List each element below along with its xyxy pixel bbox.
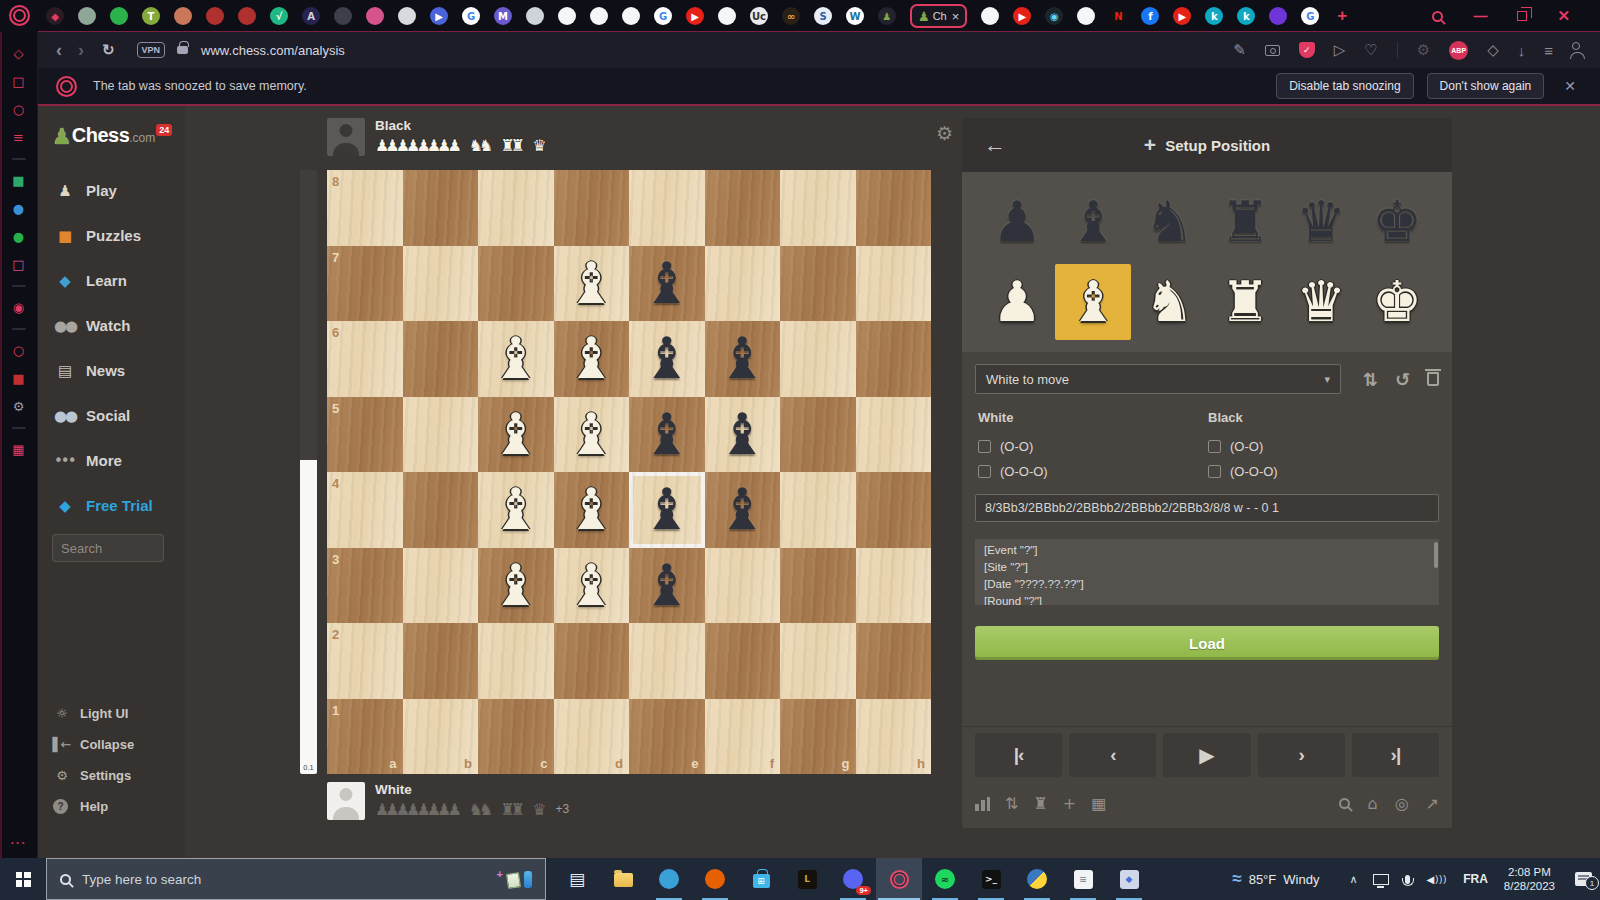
- castling-black-header: Black: [1208, 410, 1428, 425]
- nav-last-button[interactable]: ›|: [1352, 733, 1439, 777]
- square-d3[interactable]: ♝: [554, 548, 630, 624]
- forward-button[interactable]: ›: [78, 40, 84, 61]
- square-f6[interactable]: ♝: [705, 321, 781, 397]
- gx-red-box-icon[interactable]: ■: [12, 371, 24, 386]
- panel-header: ← + Setup Position: [962, 118, 1452, 172]
- snooze-message: The tab was snoozed to save memory.: [93, 79, 307, 93]
- castle-black-ooo[interactable]: (O-O-O): [1208, 459, 1428, 484]
- square-d8[interactable]: [554, 170, 630, 246]
- tab-chesscom-pawn-icon[interactable]: ♟: [878, 7, 896, 25]
- white-bishop[interactable]: ♝: [554, 246, 630, 322]
- black-bishop[interactable]: ♝: [705, 321, 781, 397]
- utorrent-icon: [659, 869, 679, 889]
- square-h2[interactable]: [856, 623, 932, 699]
- sparkle-icon: +: [497, 868, 503, 880]
- tab-github-5-icon[interactable]: [981, 7, 999, 25]
- square-e8[interactable]: [629, 170, 705, 246]
- trash-icon[interactable]: [1427, 372, 1439, 386]
- square-e6[interactable]: ♝: [629, 321, 705, 397]
- microphone-icon[interactable]: [1405, 875, 1410, 884]
- turn-select-value: White to move: [986, 372, 1069, 387]
- camera-icon[interactable]: [1265, 45, 1280, 56]
- tab-github-3-icon[interactable]: [622, 7, 640, 25]
- white-bishop[interactable]: ♝: [478, 321, 554, 397]
- white-bishop[interactable]: ♝: [478, 548, 554, 624]
- captured-white-knights: ♞♞: [469, 136, 494, 155]
- notepad-icon: ≡: [1074, 870, 1093, 889]
- black-player-name: Black: [375, 118, 546, 133]
- square-d1[interactable]: d: [554, 699, 630, 775]
- nav-first-button[interactable]: |‹: [975, 733, 1062, 777]
- start-button[interactable]: [0, 858, 46, 900]
- square-g4[interactable]: [780, 472, 856, 548]
- file-label: h: [917, 756, 925, 771]
- castle-black-oo[interactable]: (O-O): [1208, 434, 1428, 459]
- taskbar-lol[interactable]: L: [784, 858, 830, 900]
- free-trial-icon: ◆: [54, 497, 74, 515]
- adblock-icon[interactable]: ABP: [1449, 41, 1468, 60]
- rank-label: 8: [332, 174, 339, 189]
- square-f4[interactable]: ♝: [705, 472, 781, 548]
- back-arrow-icon[interactable]: ←: [984, 132, 1006, 158]
- tab-letter-t-icon[interactable]: T: [142, 7, 160, 25]
- gx-list-icon[interactable]: ≡: [13, 130, 24, 145]
- black-bishop[interactable]: ♝: [629, 246, 705, 322]
- square-b6[interactable]: [403, 321, 479, 397]
- white-bishop[interactable]: ♝: [554, 548, 630, 624]
- sidebar-item-more[interactable]: •••More: [46, 438, 179, 483]
- divider: [1397, 42, 1398, 58]
- gx-chat-icon[interactable]: ○: [13, 102, 24, 117]
- tab-wordpress-icon[interactable]: W: [846, 7, 864, 25]
- checkbox-black-ooo[interactable]: [1208, 465, 1221, 478]
- square-h3[interactable]: [856, 548, 932, 624]
- black-bishop[interactable]: ♝: [705, 472, 781, 548]
- sidebar-footer: ☼Light UI▌←Collapse⚙Settings?Help: [52, 698, 172, 822]
- windows-logo-icon: [16, 872, 31, 887]
- flip-board-icon[interactable]: ⇅: [1363, 369, 1378, 390]
- square-f1[interactable]: f: [705, 699, 781, 775]
- square-e1[interactable]: e: [629, 699, 705, 775]
- snooze-actions: Disable tab snoozing Don't show again: [1276, 73, 1544, 99]
- rank-label: 3: [332, 552, 339, 567]
- taskbar-firefox[interactable]: [692, 858, 738, 900]
- tab-infinity-icon[interactable]: ∞: [782, 7, 800, 25]
- minimize-button[interactable]: —: [1473, 8, 1487, 24]
- reset-icon[interactable]: ↺: [1395, 369, 1410, 390]
- collapse-icon: ▌←: [52, 737, 70, 752]
- nav-prev-button[interactable]: ‹: [1069, 733, 1156, 777]
- tab-google-2-icon[interactable]: G: [654, 7, 672, 25]
- square-g6[interactable]: [780, 321, 856, 397]
- castle-label: (O-O-O): [1000, 464, 1048, 479]
- square-c3[interactable]: ♝: [478, 548, 554, 624]
- taskbar-media-app[interactable]: ◆: [1106, 858, 1152, 900]
- sidebar-item-label: Play: [86, 182, 117, 199]
- square-b4[interactable]: [403, 472, 479, 548]
- close-button[interactable]: ✕: [1557, 7, 1570, 25]
- clock[interactable]: 2:08 PM 8/28/2023: [1504, 865, 1555, 893]
- sidebar-item-social[interactable]: ●●Social: [46, 393, 179, 438]
- square-d4[interactable]: ♝: [554, 472, 630, 548]
- pgn-scrollbar[interactable]: [1434, 542, 1438, 568]
- square-h8[interactable]: [856, 170, 932, 246]
- search-placeholder: Search: [61, 541, 102, 556]
- board-settings-gear-icon[interactable]: ⚙: [936, 122, 953, 144]
- taskbar-notepad[interactable]: ≡: [1060, 858, 1106, 900]
- black-bishop[interactable]: ♝: [629, 397, 705, 473]
- active-tab[interactable]: ♟Ch×: [910, 4, 967, 28]
- white-captured-pieces: ♟♟♟♟♟♟♟♟♞♞♜♜♛: [375, 800, 546, 819]
- sidebar-item-news[interactable]: ▤News: [46, 348, 179, 393]
- move-navigation: |‹‹▶››|: [975, 733, 1439, 777]
- palette-black-rook[interactable]: ♜: [1207, 184, 1283, 260]
- square-h7[interactable]: [856, 246, 932, 322]
- taskbar-python-editor[interactable]: [1014, 858, 1060, 900]
- square-f8[interactable]: [705, 170, 781, 246]
- taskbar-opera-gx[interactable]: [876, 858, 922, 900]
- square-f7[interactable]: [705, 246, 781, 322]
- profile-icon[interactable]: [1572, 42, 1580, 50]
- sidebar-item-learn[interactable]: ◆Learn: [46, 258, 179, 303]
- window-controls: — ✕: [1432, 0, 1570, 32]
- material-advantage: +3: [555, 802, 569, 816]
- palette-black-bishop[interactable]: ♝: [1055, 184, 1131, 260]
- checkbox-black-oo[interactable]: [1208, 440, 1221, 453]
- square-c7[interactable]: [478, 246, 554, 322]
- tab-github-4-icon[interactable]: [718, 7, 736, 25]
- tab-globe-icon[interactable]: [526, 7, 544, 25]
- square-c2[interactable]: [478, 623, 554, 699]
- square-h4[interactable]: [856, 472, 932, 548]
- square-g8[interactable]: [780, 170, 856, 246]
- hidden-icons-chevron[interactable]: ∧: [1349, 873, 1357, 886]
- tab-close-icon[interactable]: ×: [952, 9, 960, 24]
- sidebar-item-play[interactable]: ♟Play: [46, 168, 179, 213]
- gx-instagram-icon[interactable]: □: [12, 257, 24, 272]
- tab-youtube-icon[interactable]: ▶: [686, 7, 704, 25]
- tab-kick-1-icon[interactable]: k: [1205, 7, 1223, 25]
- speaker-icon[interactable]: ◀: [1426, 874, 1447, 885]
- weather-widget[interactable]: ≈ 85°F Windy: [1232, 869, 1319, 889]
- watch-icon: ●●: [54, 317, 74, 335]
- square-e2[interactable]: [629, 623, 705, 699]
- white-bishop-icon: ♝: [1068, 274, 1118, 330]
- black-bishop[interactable]: ♝: [629, 548, 705, 624]
- square-h6[interactable]: [856, 321, 932, 397]
- library-icon[interactable]: ⌂: [1367, 794, 1377, 813]
- gx-speed-dial-icon[interactable]: ◇: [14, 46, 24, 61]
- square-b8[interactable]: [403, 170, 479, 246]
- vpn-badge[interactable]: VPN: [137, 42, 166, 58]
- sidebar-item-watch[interactable]: ●●Watch: [46, 303, 179, 348]
- add-icon[interactable]: +: [1063, 794, 1076, 813]
- file-label: d: [615, 756, 623, 771]
- notification-center-icon[interactable]: 1: [1575, 872, 1592, 886]
- sidebar-item-free-trial[interactable]: ◆Free Trial: [46, 483, 179, 528]
- castle-label: (O-O): [1230, 439, 1263, 454]
- analysis-chart-icon[interactable]: [975, 797, 990, 811]
- sidebar-item-puzzles[interactable]: ■Puzzles: [46, 213, 179, 258]
- square-c5[interactable]: ♝: [478, 397, 554, 473]
- palette-black-pawn[interactable]: ♟: [979, 184, 1055, 260]
- checkbox-white-oo[interactable]: [978, 440, 991, 453]
- timer-icon[interactable]: ◎: [1395, 794, 1409, 813]
- square-e3[interactable]: ♝: [629, 548, 705, 624]
- chesscom-page: ♟ Chess .com 24 ♟Play■Puzzles◆Learn●●Wat…: [38, 106, 1600, 858]
- tab-play-blue-icon[interactable]: ▶: [430, 7, 448, 25]
- black-bishop-icon: ♝: [1068, 194, 1118, 250]
- pgn-textarea[interactable]: [Event "?"] [Site "?"] [Date "????.??.??…: [975, 539, 1439, 605]
- footer-item-label: Help: [80, 799, 108, 814]
- taskbar-file-explorer[interactable]: [600, 858, 646, 900]
- tab-google-icon[interactable]: G: [462, 7, 480, 25]
- shield-check-icon[interactable]: ✓: [1299, 42, 1315, 58]
- new-tab-button[interactable]: +: [1337, 6, 1347, 26]
- sliders-icon[interactable]: ≡: [1544, 42, 1553, 59]
- tab-google-3-icon[interactable]: G: [1301, 7, 1319, 25]
- sidebar-footer-help[interactable]: ?Help: [52, 791, 172, 822]
- crypto-gear-icon[interactable]: ⚙: [1417, 41, 1430, 59]
- tab-github-1-icon[interactable]: [558, 7, 576, 25]
- system-tray: ≈ 85°F Windy ∧ ◀ FRA 2:08 PM 8/28/2023 1: [1232, 858, 1600, 900]
- tab-dribbble-icon[interactable]: [366, 7, 384, 25]
- palette-white-pawn[interactable]: ♟: [979, 264, 1055, 340]
- white-avatar[interactable]: [327, 782, 365, 820]
- nav-next-button[interactable]: ›: [1258, 733, 1345, 777]
- white-bishop[interactable]: ♝: [478, 472, 554, 548]
- tab-arc-dark-icon[interactable]: A: [302, 7, 320, 25]
- tab-github-2-icon[interactable]: [590, 7, 608, 25]
- load-button[interactable]: Load: [975, 626, 1439, 660]
- active-tab-label: Ch: [933, 10, 947, 22]
- divider: [962, 726, 1452, 727]
- tab-github-6-icon[interactable]: [1077, 7, 1095, 25]
- zoom-icon[interactable]: [1339, 798, 1350, 809]
- send-icon[interactable]: ▷: [1334, 41, 1346, 59]
- white-bishop[interactable]: ♝: [554, 472, 630, 548]
- fen-input[interactable]: 8/3Bb3/2BBbb2/2BBbb2/2BBbb2/2BBb3/8/8 w …: [975, 494, 1439, 522]
- taskbar-cmd[interactable]: >_: [968, 858, 1014, 900]
- square-g1[interactable]: g: [780, 699, 856, 775]
- dont-show-again-button[interactable]: Don't show again: [1427, 73, 1545, 99]
- white-bishop[interactable]: ♝: [554, 397, 630, 473]
- gx-green-app-icon[interactable]: ■: [12, 173, 24, 188]
- square-g5[interactable]: [780, 397, 856, 473]
- file-explorer-icon: [614, 873, 633, 887]
- taskbar-utorrent[interactable]: [646, 858, 692, 900]
- divider: [12, 328, 26, 330]
- black-king-icon: ♚: [1372, 194, 1422, 250]
- heart-icon[interactable]: ♡: [1364, 41, 1377, 59]
- square-f3[interactable]: [705, 548, 781, 624]
- square-c8[interactable]: [478, 170, 554, 246]
- tab-kick-2-icon[interactable]: k: [1237, 7, 1255, 25]
- square-b5[interactable]: [403, 397, 479, 473]
- settings-icon: ⚙: [52, 768, 70, 783]
- disable-tab-snoozing-button[interactable]: Disable tab snoozing: [1276, 73, 1413, 99]
- square-d7[interactable]: ♝: [554, 246, 630, 322]
- gx-clock-icon[interactable]: ○: [13, 343, 24, 358]
- share-pen-icon[interactable]: ✎: [1233, 41, 1246, 59]
- sidebar-footer-collapse[interactable]: ▌←Collapse: [52, 729, 172, 760]
- nav-play-button[interactable]: ▶: [1163, 733, 1250, 777]
- language-indicator[interactable]: FRA: [1463, 872, 1488, 886]
- board-add-icon[interactable]: ▦: [1091, 794, 1106, 813]
- square-a6[interactable]: 6: [327, 321, 403, 397]
- sidebar-footer-light-ui[interactable]: ☼Light UI: [52, 698, 172, 729]
- square-g7[interactable]: [780, 246, 856, 322]
- black-bishop[interactable]: ♝: [629, 321, 705, 397]
- gx-box-icon[interactable]: □: [12, 74, 24, 89]
- square-e7[interactable]: ♝: [629, 246, 705, 322]
- black-bishop[interactable]: ♝: [705, 397, 781, 473]
- chevron-down-icon: ▾: [1324, 373, 1330, 386]
- palette-white-bishop[interactable]: ♝: [1055, 264, 1131, 340]
- firefox-icon: [705, 869, 725, 889]
- square-a3[interactable]: 3: [327, 548, 403, 624]
- taskbar-spotify[interactable]: ≈: [922, 858, 968, 900]
- palette-black-king[interactable]: ♚: [1359, 184, 1435, 260]
- gx-play-circle-icon[interactable]: ◉: [13, 300, 24, 315]
- gx-photos-icon[interactable]: ▦: [12, 442, 24, 457]
- tab-torii-red-2-icon[interactable]: [238, 7, 256, 25]
- gx-messenger-icon[interactable]: ●: [13, 201, 24, 216]
- tab-bird-dark-icon[interactable]: [334, 7, 352, 25]
- spotify-icon: ≈: [935, 869, 955, 889]
- tab-sqrt-teal-icon[interactable]: √: [270, 7, 288, 25]
- castle-white-ooo[interactable]: (O-O-O): [978, 459, 1198, 484]
- tab-s-badge-icon[interactable]: S: [814, 7, 832, 25]
- tab-search-icon[interactable]: [1432, 11, 1443, 22]
- reload-button[interactable]: ↻: [102, 41, 115, 59]
- white-pawn-icon: ♟: [992, 274, 1042, 330]
- square-c6[interactable]: ♝: [478, 321, 554, 397]
- turn-select-dropdown[interactable]: White to move ▾: [975, 364, 1341, 394]
- tab-swirl-purple-icon[interactable]: [1269, 7, 1287, 25]
- logo-tld: .com: [129, 131, 155, 145]
- white-bishop[interactable]: ♝: [554, 321, 630, 397]
- square-d2[interactable]: [554, 623, 630, 699]
- square-c1[interactable]: c: [478, 699, 554, 775]
- divider: [12, 158, 26, 160]
- castling-white-header: White: [978, 410, 1198, 425]
- lol-icon: L: [798, 870, 817, 889]
- tab-gamepad-icon[interactable]: ◆: [46, 7, 64, 25]
- palette-white-king[interactable]: ♚: [1359, 264, 1435, 340]
- tab-green-app-icon[interactable]: [110, 7, 128, 25]
- palette-white-queen[interactable]: ♛: [1283, 264, 1359, 340]
- flip-icon[interactable]: ⇅: [1005, 794, 1018, 813]
- taskbar-task-view[interactable]: ▤: [554, 858, 600, 900]
- palette-black-queen[interactable]: ♛: [1283, 184, 1359, 260]
- square-a5[interactable]: 5: [327, 397, 403, 473]
- square-e5[interactable]: ♝: [629, 397, 705, 473]
- file-label: g: [842, 756, 850, 771]
- square-b7[interactable]: [403, 246, 479, 322]
- tab-torii-red-icon[interactable]: [206, 7, 224, 25]
- square-d5[interactable]: ♝: [554, 397, 630, 473]
- back-button[interactable]: ‹: [56, 40, 62, 61]
- square-h1[interactable]: h: [856, 699, 932, 775]
- download-icon[interactable]: ↓: [1518, 42, 1526, 59]
- black-avatar[interactable]: [327, 118, 365, 156]
- square-b2[interactable]: [403, 623, 479, 699]
- ms-store-icon: ⊞: [753, 874, 770, 888]
- square-a4[interactable]: 4: [327, 472, 403, 548]
- tab-youtube-3-icon[interactable]: ▶: [1173, 7, 1191, 25]
- tab-anime-icon[interactable]: [174, 7, 192, 25]
- black-bishop[interactable]: ♝: [629, 472, 705, 548]
- square-d6[interactable]: ♝: [554, 321, 630, 397]
- network-display-icon[interactable]: [1373, 874, 1389, 885]
- weather-condition: Windy: [1283, 872, 1319, 887]
- sidebar-item-label: Puzzles: [86, 227, 141, 244]
- tab-netflix-icon[interactable]: N: [1109, 7, 1127, 25]
- palette-white-knight[interactable]: ♞: [1131, 264, 1207, 340]
- square-c4[interactable]: ♝: [478, 472, 554, 548]
- gx-whatsapp-icon[interactable]: ●: [13, 229, 24, 244]
- square-b3[interactable]: [403, 548, 479, 624]
- sidebar-search-input[interactable]: Search: [52, 534, 164, 562]
- help-icon: ?: [53, 799, 68, 814]
- castle-white-oo[interactable]: (O-O): [978, 434, 1198, 459]
- tab-youtube-2-icon[interactable]: ▶: [1013, 7, 1031, 25]
- taskbar-search-input[interactable]: Type here to search +: [46, 858, 546, 900]
- square-a2[interactable]: 2: [327, 623, 403, 699]
- gx-gear-icon[interactable]: ⚙: [13, 399, 25, 414]
- snooze-close-icon[interactable]: ✕: [1564, 78, 1576, 94]
- tab-facebook-icon[interactable]: f: [1141, 7, 1159, 25]
- castle-label: (O-O-O): [1230, 464, 1278, 479]
- tab-mj-purple-icon[interactable]: M: [494, 7, 512, 25]
- share-icon[interactable]: ↗: [1426, 794, 1439, 813]
- address-bar[interactable]: www.chess.com/analysis: [201, 43, 345, 58]
- file-label: e: [691, 756, 698, 771]
- square-a7[interactable]: 7: [327, 246, 403, 322]
- pieces-icon[interactable]: ♜: [1033, 794, 1047, 813]
- maximize-button[interactable]: [1517, 11, 1527, 21]
- white-bishop[interactable]: ♝: [478, 397, 554, 473]
- opera-gx-logo-icon[interactable]: [9, 5, 30, 26]
- tab-ucraft-icon[interactable]: Uc: [750, 7, 768, 25]
- next-icon: ›: [1299, 744, 1304, 766]
- palette-white-rook[interactable]: ♜: [1207, 264, 1283, 340]
- square-g2[interactable]: [780, 623, 856, 699]
- square-f2[interactable]: [705, 623, 781, 699]
- square-e4[interactable]: ♝: [629, 472, 705, 548]
- taskbar-discord[interactable]: 9+: [830, 858, 876, 900]
- square-h5[interactable]: [856, 397, 932, 473]
- tab-clock-light-icon[interactable]: [398, 7, 416, 25]
- tab-react-icon[interactable]: ◉: [1045, 7, 1063, 25]
- rank-label: 1: [332, 703, 339, 718]
- sidebar-footer-settings[interactable]: ⚙Settings: [52, 760, 172, 791]
- square-b1[interactable]: b: [403, 699, 479, 775]
- chesscom-logo[interactable]: ♟ Chess .com 24: [52, 122, 171, 147]
- square-f5[interactable]: ♝: [705, 397, 781, 473]
- checkbox-white-ooo[interactable]: [978, 465, 991, 478]
- tab-openai-icon[interactable]: [78, 7, 96, 25]
- wallet-icon[interactable]: ◇: [1487, 41, 1499, 59]
- square-a8[interactable]: 8: [327, 170, 403, 246]
- square-g3[interactable]: [780, 548, 856, 624]
- square-a1[interactable]: 1a: [327, 699, 403, 775]
- taskbar-ms-store[interactable]: ⊞: [738, 858, 784, 900]
- gx-overflow-icon[interactable]: ···: [0, 835, 37, 850]
- opera-icon: [56, 76, 77, 97]
- palette-black-knight[interactable]: ♞: [1131, 184, 1207, 260]
